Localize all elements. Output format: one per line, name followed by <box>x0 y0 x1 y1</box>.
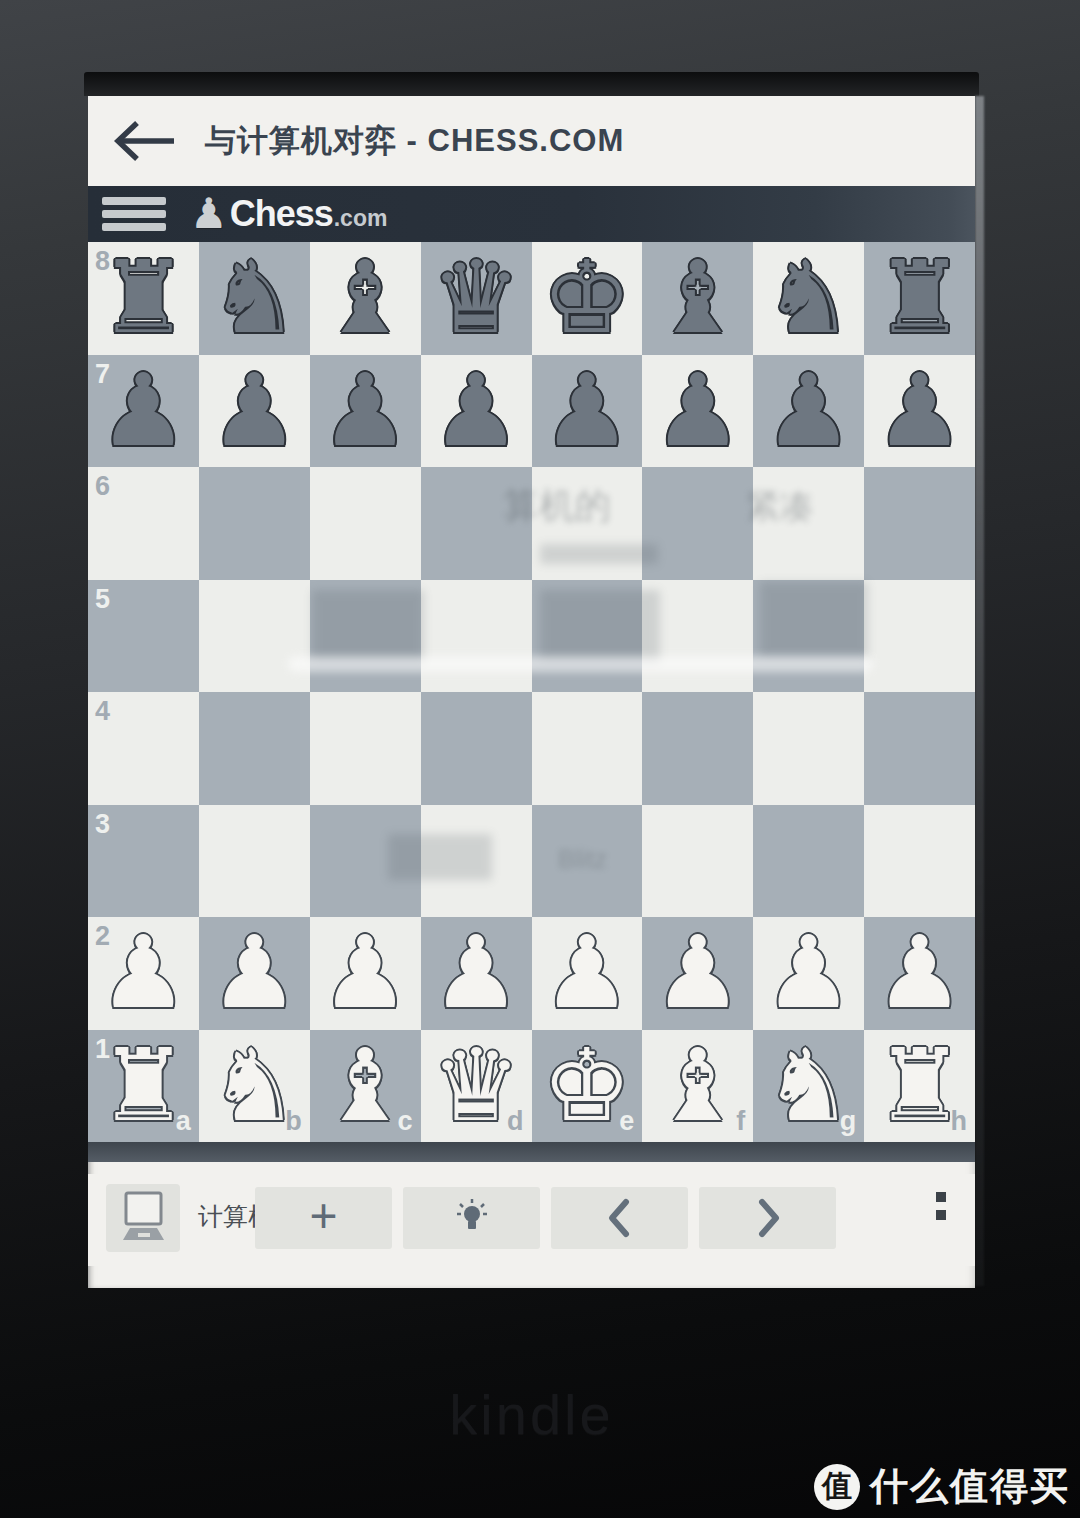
piece-white-pawn: ♟ <box>421 917 532 1030</box>
square-h5[interactable] <box>864 580 975 693</box>
chess-board: 8♜♞♝♛♚♝♞♜7♟♟♟♟♟♟♟♟65432♟♟♟♟♟♟♟♟1a♜b♞c♝d♛… <box>88 242 975 1142</box>
square-g4[interactable] <box>753 692 864 805</box>
piece-white-pawn: ♟ <box>310 917 421 1030</box>
lightbulb-icon <box>452 1196 492 1240</box>
smzdm-watermark: 值 什么值得买 <box>814 1461 1070 1512</box>
piece-black-queen: ♛ <box>421 242 532 355</box>
square-d2[interactable]: ♟ <box>421 917 532 1030</box>
square-f6[interactable] <box>642 467 753 580</box>
piece-white-bishop: ♝ <box>310 1030 421 1143</box>
piece-black-bishop: ♝ <box>310 242 421 355</box>
square-a8[interactable]: 8♜ <box>88 242 199 355</box>
square-c2[interactable]: ♟ <box>310 917 421 1030</box>
piece-black-knight: ♞ <box>199 242 310 355</box>
square-d7[interactable]: ♟ <box>421 355 532 468</box>
piece-black-king: ♚ <box>532 242 643 355</box>
square-g2[interactable]: ♟ <box>753 917 864 1030</box>
square-d1[interactable]: d♛ <box>421 1030 532 1143</box>
file-label-b: b <box>285 1108 302 1135</box>
square-a7[interactable]: 7♟ <box>88 355 199 468</box>
square-d6[interactable] <box>421 467 532 580</box>
piece-black-rook: ♜ <box>864 242 975 355</box>
square-h6[interactable] <box>864 467 975 580</box>
square-b7[interactable]: ♟ <box>199 355 310 468</box>
square-a2[interactable]: 2♟ <box>88 917 199 1030</box>
board-bottom-strip <box>88 1142 975 1162</box>
chevron-right-icon <box>748 1196 788 1240</box>
square-g5[interactable] <box>753 580 864 693</box>
piece-white-knight: ♞ <box>753 1030 864 1143</box>
square-d8[interactable]: ♛ <box>421 242 532 355</box>
computer-icon <box>116 1190 170 1246</box>
square-e7[interactable]: ♟ <box>532 355 643 468</box>
square-g1[interactable]: g♞ <box>753 1030 864 1143</box>
rank-label-1: 1 <box>95 1036 110 1063</box>
square-f5[interactable] <box>642 580 753 693</box>
square-h8[interactable]: ♜ <box>864 242 975 355</box>
square-f7[interactable]: ♟ <box>642 355 753 468</box>
piece-black-pawn: ♟ <box>642 355 753 468</box>
kindle-brand-logo: kindle <box>88 1382 975 1447</box>
chesscom-logo[interactable]: ♟ Chess .com <box>190 186 387 242</box>
rank-label-8: 8 <box>95 248 110 275</box>
rank-label-2: 2 <box>95 923 110 950</box>
smzdm-watermark-text: 什么值得买 <box>870 1461 1070 1512</box>
piece-white-pawn: ♟ <box>88 917 199 1030</box>
square-c7[interactable]: ♟ <box>310 355 421 468</box>
square-h7[interactable]: ♟ <box>864 355 975 468</box>
square-b8[interactable]: ♞ <box>199 242 310 355</box>
square-b2[interactable]: ♟ <box>199 917 310 1030</box>
page-title: 与计算机对弈 - CHESS.COM <box>205 96 624 186</box>
piece-white-knight: ♞ <box>199 1030 310 1143</box>
square-b3[interactable] <box>199 805 310 918</box>
rank-label-7: 7 <box>95 361 110 388</box>
piece-white-king: ♚ <box>532 1030 643 1143</box>
file-label-c: c <box>398 1108 413 1135</box>
piece-black-bishop: ♝ <box>642 242 753 355</box>
piece-black-knight: ♞ <box>753 242 864 355</box>
piece-white-pawn: ♟ <box>199 917 310 1030</box>
left-arrow-icon <box>110 118 178 164</box>
square-d3[interactable] <box>421 805 532 918</box>
game-toolbar: 计算机 + <box>88 1174 975 1266</box>
rank-label-4: 4 <box>95 698 110 725</box>
file-label-g: g <box>840 1108 857 1135</box>
square-b1[interactable]: b♞ <box>199 1030 310 1143</box>
square-a5[interactable]: 5 <box>88 580 199 693</box>
piece-black-pawn: ♟ <box>88 355 199 468</box>
square-e2[interactable]: ♟ <box>532 917 643 1030</box>
square-d5[interactable] <box>421 580 532 693</box>
square-d4[interactable] <box>421 692 532 805</box>
logo-text: Chess <box>230 193 333 235</box>
piece-white-rook: ♜ <box>88 1030 199 1143</box>
square-c4[interactable] <box>310 692 421 805</box>
square-c3[interactable] <box>310 805 421 918</box>
square-g8[interactable]: ♞ <box>753 242 864 355</box>
back-button[interactable] <box>110 118 178 164</box>
square-f3[interactable] <box>642 805 753 918</box>
plus-icon: + <box>309 1192 337 1244</box>
file-label-e: e <box>619 1108 634 1135</box>
file-label-h: h <box>951 1108 968 1135</box>
logo-suffix: .com <box>334 197 388 232</box>
screen-edge-glare <box>975 96 984 1286</box>
new-game-button[interactable]: + <box>255 1187 392 1249</box>
piece-white-pawn: ♟ <box>532 917 643 1030</box>
square-h3[interactable] <box>864 805 975 918</box>
rank-label-6: 6 <box>95 473 110 500</box>
square-a4[interactable]: 4 <box>88 692 199 805</box>
square-e8[interactable]: ♚ <box>532 242 643 355</box>
move-forward-button[interactable] <box>699 1187 836 1249</box>
rank-label-3: 3 <box>95 811 110 838</box>
piece-black-pawn: ♟ <box>199 355 310 468</box>
square-b6[interactable] <box>199 467 310 580</box>
site-navbar: ♟ Chess .com <box>88 186 975 242</box>
piece-white-pawn: ♟ <box>864 917 975 1030</box>
square-a3[interactable]: 3 <box>88 805 199 918</box>
hamburger-menu-icon[interactable] <box>102 195 166 233</box>
square-f4[interactable] <box>642 692 753 805</box>
square-e1[interactable]: e♚ <box>532 1030 643 1143</box>
square-g3[interactable] <box>753 805 864 918</box>
chevron-left-icon <box>600 1196 640 1240</box>
square-f8[interactable]: ♝ <box>642 242 753 355</box>
square-b5[interactable] <box>199 580 310 693</box>
square-e4[interactable] <box>532 692 643 805</box>
square-f1[interactable]: f♝ <box>642 1030 753 1143</box>
square-f2[interactable]: ♟ <box>642 917 753 1030</box>
hint-button[interactable] <box>403 1187 540 1249</box>
square-e6[interactable] <box>532 467 643 580</box>
file-label-d: d <box>507 1108 524 1135</box>
piece-white-bishop: ♝ <box>642 1030 753 1143</box>
smzdm-badge-icon: 值 <box>814 1464 860 1510</box>
kebab-menu-icon[interactable] <box>935 1192 947 1222</box>
pawn-logo-icon: ♟ <box>190 186 228 242</box>
piece-white-queen: ♛ <box>421 1030 532 1143</box>
file-label-f: f <box>736 1108 745 1135</box>
eink-screen: 与计算机对弈 - CHESS.COM ♟ Chess .com 8♜♞♝♛♚♝♞… <box>88 96 975 1288</box>
piece-white-rook: ♜ <box>864 1030 975 1143</box>
square-a6[interactable]: 6 <box>88 467 199 580</box>
square-h4[interactable] <box>864 692 975 805</box>
opponent-tile <box>106 1184 180 1252</box>
piece-black-pawn: ♟ <box>421 355 532 468</box>
square-h1[interactable]: h♜ <box>864 1030 975 1143</box>
square-e5[interactable] <box>532 580 643 693</box>
square-a1[interactable]: 1a♜ <box>88 1030 199 1143</box>
square-c1[interactable]: c♝ <box>310 1030 421 1143</box>
piece-black-pawn: ♟ <box>753 355 864 468</box>
square-c5[interactable] <box>310 580 421 693</box>
square-g6[interactable] <box>753 467 864 580</box>
square-g7[interactable]: ♟ <box>753 355 864 468</box>
piece-white-pawn: ♟ <box>642 917 753 1030</box>
square-e3[interactable] <box>532 805 643 918</box>
square-h2[interactable]: ♟ <box>864 917 975 1030</box>
move-back-button[interactable] <box>551 1187 688 1249</box>
piece-black-pawn: ♟ <box>310 355 421 468</box>
piece-black-pawn: ♟ <box>864 355 975 468</box>
piece-black-rook: ♜ <box>88 242 199 355</box>
screen-recess-shadow <box>84 72 979 96</box>
square-c8[interactable]: ♝ <box>310 242 421 355</box>
browser-header: 与计算机对弈 - CHESS.COM <box>88 96 975 186</box>
square-c6[interactable] <box>310 467 421 580</box>
file-label-a: a <box>176 1108 191 1135</box>
rank-label-5: 5 <box>95 586 110 613</box>
piece-black-pawn: ♟ <box>532 355 643 468</box>
piece-white-pawn: ♟ <box>753 917 864 1030</box>
square-b4[interactable] <box>199 692 310 805</box>
